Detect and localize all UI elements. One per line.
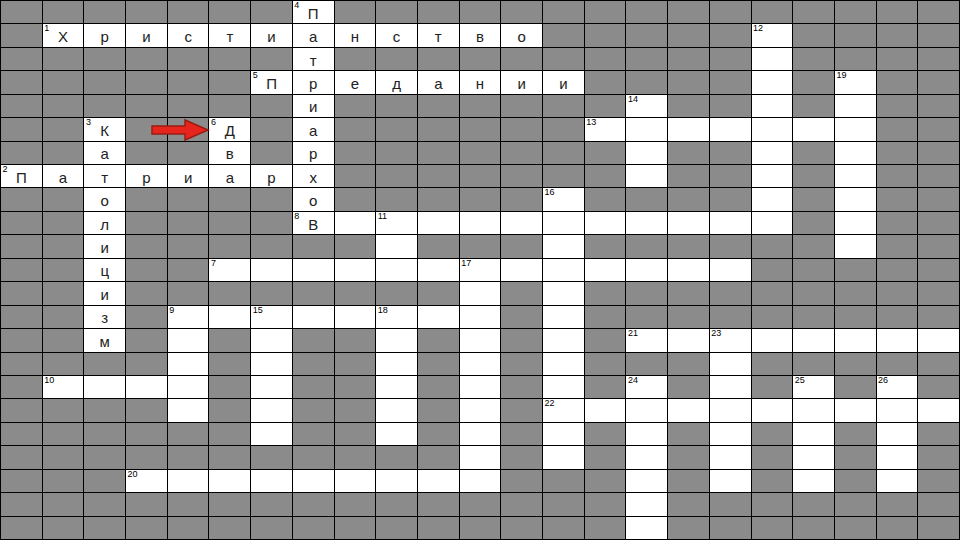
cell-r3c11[interactable]: н: [460, 71, 502, 94]
cell-r9c2[interactable]: л: [84, 212, 126, 235]
cell-r22c16: [668, 517, 710, 540]
cell-r19c9: [376, 446, 418, 469]
cell-r1c7[interactable]: а: [293, 24, 335, 47]
cell-r17c0: [1, 399, 43, 422]
cell-r15c13[interactable]: [543, 353, 585, 376]
cell-r18c6[interactable]: [251, 423, 293, 446]
cell-r3c12[interactable]: и: [501, 71, 543, 94]
cell-r21c4: [168, 493, 210, 516]
clue-number-24: 24: [628, 376, 638, 386]
cell-r2c14: [585, 48, 627, 71]
cell-r20c6[interactable]: [251, 470, 293, 493]
cell-r6c2[interactable]: а: [84, 142, 126, 165]
cell-r20c4[interactable]: [168, 470, 210, 493]
cell-r14c18[interactable]: [752, 329, 794, 352]
cell-r9c8[interactable]: [335, 212, 377, 235]
cell-r17c22[interactable]: [918, 399, 960, 422]
cell-r20c13: [543, 470, 585, 493]
cell-r17c14[interactable]: [585, 399, 627, 422]
cell-r22c15[interactable]: [626, 517, 668, 540]
cell-r16c11[interactable]: [460, 376, 502, 399]
cell-r5c17[interactable]: [710, 118, 752, 141]
cell-r4c6: [251, 95, 293, 118]
letter: о: [518, 29, 526, 44]
cell-r20c18: [752, 470, 794, 493]
cell-r14c19[interactable]: [793, 329, 835, 352]
cell-r5c7[interactable]: а: [293, 118, 335, 141]
cell-r1c11[interactable]: в: [460, 24, 502, 47]
cell-r15c17[interactable]: [710, 353, 752, 376]
cell-r16c18: [752, 376, 794, 399]
cell-r14c4[interactable]: [168, 329, 210, 352]
cell-r9c12[interactable]: [501, 212, 543, 235]
cell-r20c5[interactable]: [209, 470, 251, 493]
cell-r5c5[interactable]: 6Д: [209, 118, 251, 141]
cell-r14c9[interactable]: [376, 329, 418, 352]
cell-r14c16[interactable]: [668, 329, 710, 352]
cell-r1c3[interactable]: и: [126, 24, 168, 47]
letter: н: [476, 76, 484, 91]
cell-r11c8[interactable]: [335, 259, 377, 282]
cell-r10c9[interactable]: [376, 235, 418, 258]
cell-r18c17[interactable]: [710, 423, 752, 446]
cell-r14c15[interactable]: 21: [626, 329, 668, 352]
cell-r17c3: [126, 399, 168, 422]
cell-r8c4: [168, 188, 210, 211]
cell-r4c21: [877, 95, 919, 118]
cell-r18c2: [84, 423, 126, 446]
cell-r16c1[interactable]: 10: [43, 376, 85, 399]
cell-r4c18[interactable]: [752, 95, 794, 118]
cell-r14c22[interactable]: [918, 329, 960, 352]
cell-r20c22: [918, 470, 960, 493]
cell-r10c8: [335, 235, 377, 258]
cell-r13c7[interactable]: [293, 306, 335, 329]
cell-r7c5[interactable]: а: [209, 165, 251, 188]
cell-r11c11[interactable]: 17: [460, 259, 502, 282]
cell-r20c21[interactable]: [877, 470, 919, 493]
cell-r5c13: [543, 118, 585, 141]
cell-r20c19[interactable]: [793, 470, 835, 493]
cell-r12c13[interactable]: [543, 282, 585, 305]
cell-r1c2[interactable]: р: [84, 24, 126, 47]
clue-number-22: 22: [545, 399, 555, 409]
cell-r11c16[interactable]: [668, 259, 710, 282]
cell-r3c21: [877, 71, 919, 94]
clue-number-15: 15: [253, 306, 263, 316]
cell-r1c8[interactable]: н: [335, 24, 377, 47]
cell-r10c1: [43, 235, 85, 258]
cell-r1c6[interactable]: и: [251, 24, 293, 47]
cell-r13c13[interactable]: [543, 306, 585, 329]
cell-r17c13[interactable]: 22: [543, 399, 585, 422]
cell-r8c21: [877, 188, 919, 211]
cell-r8c20[interactable]: [835, 188, 877, 211]
cell-r1c12[interactable]: о: [501, 24, 543, 47]
cell-r17c17[interactable]: [710, 399, 752, 422]
cell-r14c11[interactable]: [460, 329, 502, 352]
cell-r9c20[interactable]: [835, 212, 877, 235]
cell-r6c9: [376, 142, 418, 165]
cell-r5c16[interactable]: [668, 118, 710, 141]
cell-r6c16: [668, 142, 710, 165]
clue-number-6: 6: [211, 118, 216, 128]
crossword-board: 4П1Христианство12т5Предании19и143К6Да13а…: [0, 0, 960, 540]
cell-r2c16: [668, 48, 710, 71]
cell-r7c2[interactable]: т: [84, 165, 126, 188]
cell-r2c10: [418, 48, 460, 71]
cell-r8c9: [376, 188, 418, 211]
cell-r18c21[interactable]: [877, 423, 919, 446]
cell-r14c13[interactable]: [543, 329, 585, 352]
cell-r6c15[interactable]: [626, 142, 668, 165]
cell-r20c7[interactable]: [293, 470, 335, 493]
cell-r21c17: [710, 493, 752, 516]
cell-r2c4: [168, 48, 210, 71]
cell-r9c14[interactable]: [585, 212, 627, 235]
cell-r9c11[interactable]: [460, 212, 502, 235]
cell-r17c20[interactable]: [835, 399, 877, 422]
cell-r1c20: [835, 24, 877, 47]
cell-r17c21[interactable]: [877, 399, 919, 422]
cell-r1c4[interactable]: с: [168, 24, 210, 47]
cell-r8c6: [251, 188, 293, 211]
cell-r13c14: [585, 306, 627, 329]
cell-r6c0: [1, 142, 43, 165]
cell-r20c3[interactable]: 20: [126, 470, 168, 493]
cell-r16c3[interactable]: [126, 376, 168, 399]
cell-r15c6[interactable]: [251, 353, 293, 376]
cell-r12c8: [335, 282, 377, 305]
cell-r4c1: [43, 95, 85, 118]
cell-r17c12: [501, 399, 543, 422]
cell-r16c14: [585, 376, 627, 399]
letter: и: [517, 76, 525, 91]
cell-r6c20[interactable]: [835, 142, 877, 165]
cell-r20c15[interactable]: [626, 470, 668, 493]
cell-r11c14[interactable]: [585, 259, 627, 282]
cell-r22c4: [168, 517, 210, 540]
cell-r6c1: [43, 142, 85, 165]
cell-r17c18[interactable]: [752, 399, 794, 422]
cell-r8c0: [1, 188, 43, 211]
clue-number-14: 14: [628, 95, 638, 105]
cell-r5c19[interactable]: [793, 118, 835, 141]
cell-r16c7: [293, 376, 335, 399]
cell-r14c2[interactable]: м: [84, 329, 126, 352]
cell-r16c21[interactable]: 26: [877, 376, 919, 399]
cell-r4c7[interactable]: и: [293, 95, 335, 118]
cell-r20c9[interactable]: [376, 470, 418, 493]
cell-r12c2[interactable]: и: [84, 282, 126, 305]
cell-r13c11[interactable]: [460, 306, 502, 329]
cell-r11c17[interactable]: [710, 259, 752, 282]
cell-r17c8: [335, 399, 377, 422]
cell-r13c9[interactable]: 18: [376, 306, 418, 329]
cell-r16c13[interactable]: [543, 376, 585, 399]
cell-r14c21[interactable]: [877, 329, 919, 352]
cell-r5c15[interactable]: [626, 118, 668, 141]
cell-r21c15[interactable]: [626, 493, 668, 516]
cell-r19c13[interactable]: [543, 446, 585, 469]
cell-r1c10[interactable]: т: [418, 24, 460, 47]
cell-r9c10[interactable]: [418, 212, 460, 235]
cell-r22c10: [418, 517, 460, 540]
letter: р: [267, 170, 275, 185]
cell-r1c16: [668, 24, 710, 47]
cell-r15c7: [293, 353, 335, 376]
cell-r17c4[interactable]: [168, 399, 210, 422]
cell-r5c22: [918, 118, 960, 141]
cell-r21c1: [43, 493, 85, 516]
cell-r16c17[interactable]: [710, 376, 752, 399]
cell-r13c5[interactable]: [209, 306, 251, 329]
letter: т: [226, 29, 233, 44]
cell-r16c2[interactable]: [84, 376, 126, 399]
cell-r1c18[interactable]: 12: [752, 24, 794, 47]
cell-r11c6[interactable]: [251, 259, 293, 282]
cell-r8c18[interactable]: [752, 188, 794, 211]
cell-r8c14: [585, 188, 627, 211]
cell-r17c19[interactable]: [793, 399, 835, 422]
cell-r20c10[interactable]: [418, 470, 460, 493]
cell-r6c6: [251, 142, 293, 165]
cell-r18c11[interactable]: [460, 423, 502, 446]
cell-r22c5: [209, 517, 251, 540]
clue-number-18: 18: [378, 306, 388, 316]
cell-r18c13[interactable]: [543, 423, 585, 446]
cell-r22c8: [335, 517, 377, 540]
cell-r5c11: [460, 118, 502, 141]
cell-r4c17: [710, 95, 752, 118]
cell-r1c5[interactable]: т: [209, 24, 251, 47]
cell-r10c15: [626, 235, 668, 258]
cell-r11c2[interactable]: ц: [84, 259, 126, 282]
cell-r16c19[interactable]: 25: [793, 376, 835, 399]
cell-r4c15[interactable]: 14: [626, 95, 668, 118]
cell-r15c4[interactable]: [168, 353, 210, 376]
cell-r3c6[interactable]: 5П: [251, 71, 293, 94]
cell-r14c6[interactable]: [251, 329, 293, 352]
cell-r19c6: [251, 446, 293, 469]
cell-r6c18[interactable]: [752, 142, 794, 165]
cell-r1c13: [543, 24, 585, 47]
cell-r0c0: [1, 1, 43, 24]
cell-r11c0: [1, 259, 43, 282]
cell-r3c10[interactable]: а: [418, 71, 460, 94]
cell-r19c2: [84, 446, 126, 469]
cell-r14c12: [501, 329, 543, 352]
cell-r19c21[interactable]: [877, 446, 919, 469]
cell-r8c13[interactable]: 16: [543, 188, 585, 211]
cell-r9c9[interactable]: 11: [376, 212, 418, 235]
cell-r11c1: [43, 259, 85, 282]
cell-r19c15[interactable]: [626, 446, 668, 469]
cell-r4c16: [668, 95, 710, 118]
cell-r14c20[interactable]: [835, 329, 877, 352]
cell-r19c19[interactable]: [793, 446, 835, 469]
letter: с: [184, 29, 192, 44]
cell-r9c17[interactable]: [710, 212, 752, 235]
cell-r3c2: [84, 71, 126, 94]
cell-r8c7[interactable]: о: [293, 188, 335, 211]
cell-r4c20[interactable]: [835, 95, 877, 118]
cell-r17c16[interactable]: [668, 399, 710, 422]
cell-r9c7[interactable]: 8В: [293, 212, 335, 235]
cell-r14c17[interactable]: 23: [710, 329, 752, 352]
cell-r11c10[interactable]: [418, 259, 460, 282]
cell-r19c4: [168, 446, 210, 469]
cell-r0c17: [710, 1, 752, 24]
cell-r3c20[interactable]: 19: [835, 71, 877, 94]
cell-r11c15[interactable]: [626, 259, 668, 282]
letter: л: [100, 217, 109, 232]
cell-r19c11[interactable]: [460, 446, 502, 469]
cell-r4c5: [209, 95, 251, 118]
cell-r18c16: [668, 423, 710, 446]
cell-r7c7[interactable]: х: [293, 165, 335, 188]
cell-r21c5: [209, 493, 251, 516]
cell-r11c12[interactable]: [501, 259, 543, 282]
cell-r15c9[interactable]: [376, 353, 418, 376]
cell-r5c2[interactable]: 3К: [84, 118, 126, 141]
cell-r11c5[interactable]: 7: [209, 259, 251, 282]
cell-r10c2[interactable]: и: [84, 235, 126, 258]
cell-r21c19: [793, 493, 835, 516]
clue-number-8: 8: [294, 212, 299, 222]
cell-r17c9[interactable]: [376, 399, 418, 422]
cell-r5c0: [1, 118, 43, 141]
cell-r6c7[interactable]: р: [293, 142, 335, 165]
letter: в: [226, 146, 234, 161]
cell-r7c20[interactable]: [835, 165, 877, 188]
cell-r3c0: [1, 71, 43, 94]
cell-r9c15[interactable]: [626, 212, 668, 235]
clue-number-12: 12: [753, 24, 763, 34]
cell-r20c11[interactable]: [460, 470, 502, 493]
cell-r7c0[interactable]: 2П: [1, 165, 43, 188]
cell-r5c14[interactable]: 13: [585, 118, 627, 141]
cell-r17c2: [84, 399, 126, 422]
cell-r18c9[interactable]: [376, 423, 418, 446]
letter: К: [100, 123, 109, 138]
cell-r0c3: [126, 1, 168, 24]
cell-r9c13[interactable]: [543, 212, 585, 235]
cell-r7c6[interactable]: р: [251, 165, 293, 188]
cell-r7c15[interactable]: [626, 165, 668, 188]
cell-r9c3: [126, 212, 168, 235]
cell-r9c18[interactable]: [752, 212, 794, 235]
cell-r15c11[interactable]: [460, 353, 502, 376]
cell-r1c9[interactable]: с: [376, 24, 418, 47]
cell-r8c19: [793, 188, 835, 211]
cell-r10c13[interactable]: [543, 235, 585, 258]
cell-r18c12: [501, 423, 543, 446]
clue-number-23: 23: [711, 329, 721, 339]
cell-r2c18[interactable]: [752, 48, 794, 71]
cell-r13c8[interactable]: [335, 306, 377, 329]
cell-r20c8[interactable]: [335, 470, 377, 493]
cell-r13c10[interactable]: [418, 306, 460, 329]
cell-r11c9[interactable]: [376, 259, 418, 282]
cell-r14c0: [1, 329, 43, 352]
cell-r10c3: [126, 235, 168, 258]
cell-r7c18[interactable]: [752, 165, 794, 188]
cell-r3c13[interactable]: и: [543, 71, 585, 94]
cell-r10c20[interactable]: [835, 235, 877, 258]
cell-r14c3: [126, 329, 168, 352]
cell-r16c6[interactable]: [251, 376, 293, 399]
cell-r5c18[interactable]: [752, 118, 794, 141]
cell-r10c6: [251, 235, 293, 258]
cell-r1c15: [626, 24, 668, 47]
cell-r3c7[interactable]: р: [293, 71, 335, 94]
cell-r9c16[interactable]: [668, 212, 710, 235]
cell-r16c15[interactable]: 24: [626, 376, 668, 399]
cell-r20c16: [668, 470, 710, 493]
cell-r13c4[interactable]: 9: [168, 306, 210, 329]
cell-r10c12: [501, 235, 543, 258]
cell-r8c3: [126, 188, 168, 211]
cell-r3c18[interactable]: [752, 71, 794, 94]
cell-r11c21: [877, 259, 919, 282]
cell-r21c14: [585, 493, 627, 516]
cell-r4c22: [918, 95, 960, 118]
cell-r7c1[interactable]: а: [43, 165, 85, 188]
cell-r5c20[interactable]: [835, 118, 877, 141]
cell-r3c8[interactable]: е: [335, 71, 377, 94]
cell-r8c2[interactable]: о: [84, 188, 126, 211]
cell-r17c6[interactable]: [251, 399, 293, 422]
clue-number-1: 1: [44, 24, 49, 34]
cell-r12c12: [501, 282, 543, 305]
cell-r11c13[interactable]: [543, 259, 585, 282]
cell-r22c20: [835, 517, 877, 540]
clue-number-7: 7: [211, 259, 216, 269]
cell-r17c15[interactable]: [626, 399, 668, 422]
cell-r0c7[interactable]: 4П: [293, 1, 335, 24]
cell-r5c1: [43, 118, 85, 141]
cell-r18c19[interactable]: [793, 423, 835, 446]
cell-r17c11[interactable]: [460, 399, 502, 422]
cell-r12c11[interactable]: [460, 282, 502, 305]
cell-r10c16: [668, 235, 710, 258]
cell-r0c6: [251, 1, 293, 24]
cell-r20c17[interactable]: [710, 470, 752, 493]
cell-r3c9[interactable]: д: [376, 71, 418, 94]
cell-r7c3[interactable]: р: [126, 165, 168, 188]
cell-r13c2[interactable]: з: [84, 306, 126, 329]
cell-r2c7[interactable]: т: [293, 48, 335, 71]
cell-r6c5[interactable]: в: [209, 142, 251, 165]
cell-r7c4[interactable]: и: [168, 165, 210, 188]
cell-r18c15[interactable]: [626, 423, 668, 446]
cell-r16c4[interactable]: [168, 376, 210, 399]
cell-r19c16: [668, 446, 710, 469]
cell-r9c4: [168, 212, 210, 235]
clue-number-16: 16: [545, 188, 555, 198]
cell-r13c6[interactable]: 15: [251, 306, 293, 329]
cell-r2c22: [918, 48, 960, 71]
cell-r19c17[interactable]: [710, 446, 752, 469]
cell-r1c1[interactable]: 1Х: [43, 24, 85, 47]
cell-r16c9[interactable]: [376, 376, 418, 399]
cell-r16c22: [918, 376, 960, 399]
cell-r11c7[interactable]: [293, 259, 335, 282]
letter: з: [101, 310, 108, 325]
cell-r19c14: [585, 446, 627, 469]
cell-r0c13: [543, 1, 585, 24]
